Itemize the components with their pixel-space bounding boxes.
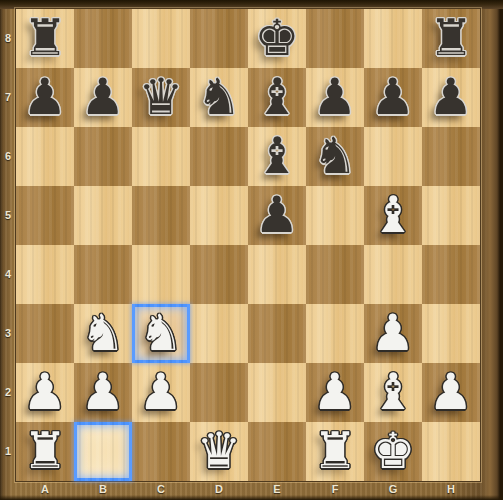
square-b7[interactable]: ♟ <box>74 68 132 127</box>
square-b5[interactable] <box>74 186 132 245</box>
square-e8[interactable]: ♚ <box>248 9 306 68</box>
square-h2[interactable]: ♟ <box>422 363 480 422</box>
white-pawn[interactable]: ♟ <box>371 308 416 358</box>
square-b2[interactable]: ♟ <box>74 363 132 422</box>
rank-label-2: 2 <box>0 363 16 422</box>
board-frame-top-edge <box>0 0 503 9</box>
black-pawn[interactable]: ♟ <box>313 72 358 122</box>
square-f6[interactable]: ♞ <box>306 127 364 186</box>
square-c8[interactable] <box>132 9 190 68</box>
square-h8[interactable]: ♜ <box>422 9 480 68</box>
rank-label-3: 3 <box>0 304 16 363</box>
file-label-d: D <box>190 481 248 500</box>
file-label-f: F <box>306 481 364 500</box>
square-b4[interactable] <box>74 245 132 304</box>
file-label-e: E <box>248 481 306 500</box>
square-f8[interactable] <box>306 9 364 68</box>
square-h6[interactable] <box>422 127 480 186</box>
file-label-g: G <box>364 481 422 500</box>
black-pawn[interactable]: ♟ <box>255 190 300 240</box>
file-label-a: A <box>16 481 74 500</box>
file-label-h: H <box>422 481 480 500</box>
square-f2[interactable]: ♟ <box>306 363 364 422</box>
black-rook[interactable]: ♜ <box>23 13 68 63</box>
square-d3[interactable] <box>190 304 248 363</box>
black-pawn[interactable]: ♟ <box>429 72 474 122</box>
white-bishop[interactable]: ♝ <box>371 367 416 417</box>
square-c3[interactable]: ♞ <box>132 304 190 363</box>
square-f5[interactable] <box>306 186 364 245</box>
square-c2[interactable]: ♟ <box>132 363 190 422</box>
square-f3[interactable] <box>306 304 364 363</box>
black-king[interactable]: ♚ <box>255 13 300 63</box>
square-d7[interactable]: ♞ <box>190 68 248 127</box>
black-bishop[interactable]: ♝ <box>255 131 300 181</box>
square-f7[interactable]: ♟ <box>306 68 364 127</box>
white-pawn[interactable]: ♟ <box>313 367 358 417</box>
square-a7[interactable]: ♟ <box>16 68 74 127</box>
square-g1[interactable]: ♚ <box>364 422 422 481</box>
white-bishop[interactable]: ♝ <box>371 190 416 240</box>
square-d6[interactable] <box>190 127 248 186</box>
black-pawn[interactable]: ♟ <box>371 72 416 122</box>
square-f1[interactable]: ♜ <box>306 422 364 481</box>
square-d2[interactable] <box>190 363 248 422</box>
square-d8[interactable] <box>190 9 248 68</box>
square-b3[interactable]: ♞ <box>74 304 132 363</box>
square-c6[interactable] <box>132 127 190 186</box>
square-a2[interactable]: ♟ <box>16 363 74 422</box>
white-king[interactable]: ♚ <box>371 426 416 476</box>
square-a4[interactable] <box>16 245 74 304</box>
square-e5[interactable]: ♟ <box>248 186 306 245</box>
square-g4[interactable] <box>364 245 422 304</box>
board-grid: ♜♚♜♟♟♛♞♝♟♟♟♝♞♟♝♞♞♟♟♟♟♟♝♟♜♛♜♚ <box>16 9 480 481</box>
board-frame-right-edge <box>480 0 503 500</box>
black-knight[interactable]: ♞ <box>197 72 242 122</box>
square-b1[interactable] <box>74 422 132 481</box>
square-h1[interactable] <box>422 422 480 481</box>
black-pawn[interactable]: ♟ <box>81 72 126 122</box>
black-pawn[interactable]: ♟ <box>23 72 68 122</box>
black-knight[interactable]: ♞ <box>313 131 358 181</box>
square-h3[interactable] <box>422 304 480 363</box>
square-e2[interactable] <box>248 363 306 422</box>
black-queen[interactable]: ♛ <box>139 72 184 122</box>
rank-label-8: 8 <box>0 9 16 68</box>
square-e3[interactable] <box>248 304 306 363</box>
square-d4[interactable] <box>190 245 248 304</box>
square-h7[interactable]: ♟ <box>422 68 480 127</box>
square-e7[interactable]: ♝ <box>248 68 306 127</box>
square-g5[interactable]: ♝ <box>364 186 422 245</box>
square-a3[interactable] <box>16 304 74 363</box>
white-pawn[interactable]: ♟ <box>139 367 184 417</box>
square-c7[interactable]: ♛ <box>132 68 190 127</box>
square-d5[interactable] <box>190 186 248 245</box>
white-rook[interactable]: ♜ <box>23 426 68 476</box>
square-c4[interactable] <box>132 245 190 304</box>
square-a1[interactable]: ♜ <box>16 422 74 481</box>
file-label-c: C <box>132 481 190 500</box>
square-g6[interactable] <box>364 127 422 186</box>
square-f4[interactable] <box>306 245 364 304</box>
white-pawn[interactable]: ♟ <box>81 367 126 417</box>
square-e4[interactable] <box>248 245 306 304</box>
white-pawn[interactable]: ♟ <box>429 367 474 417</box>
square-e1[interactable] <box>248 422 306 481</box>
white-rook[interactable]: ♜ <box>313 426 358 476</box>
rank-label-4: 4 <box>0 245 16 304</box>
square-b6[interactable] <box>74 127 132 186</box>
square-a6[interactable] <box>16 127 74 186</box>
black-bishop[interactable]: ♝ <box>255 72 300 122</box>
white-knight[interactable]: ♞ <box>139 308 184 358</box>
white-knight[interactable]: ♞ <box>81 308 126 358</box>
square-g3[interactable]: ♟ <box>364 304 422 363</box>
rank-label-1: 1 <box>0 422 16 481</box>
square-e6[interactable]: ♝ <box>248 127 306 186</box>
white-queen[interactable]: ♛ <box>197 426 242 476</box>
square-h4[interactable] <box>422 245 480 304</box>
square-g2[interactable]: ♝ <box>364 363 422 422</box>
square-h5[interactable] <box>422 186 480 245</box>
square-g7[interactable]: ♟ <box>364 68 422 127</box>
rank-label-5: 5 <box>0 186 16 245</box>
square-c1[interactable] <box>132 422 190 481</box>
black-rook[interactable]: ♜ <box>429 13 474 63</box>
square-d1[interactable]: ♛ <box>190 422 248 481</box>
square-a5[interactable] <box>16 186 74 245</box>
file-label-b: B <box>74 481 132 500</box>
rank-label-6: 6 <box>0 127 16 186</box>
white-pawn[interactable]: ♟ <box>23 367 68 417</box>
square-a8[interactable]: ♜ <box>16 9 74 68</box>
square-c5[interactable] <box>132 186 190 245</box>
square-b8[interactable] <box>74 9 132 68</box>
rank-label-7: 7 <box>0 68 16 127</box>
chess-board-app: ♜♚♜♟♟♛♞♝♟♟♟♝♞♟♝♞♞♟♟♟♟♟♝♟♜♛♜♚ 87654321 AB… <box>0 0 503 500</box>
square-g8[interactable] <box>364 9 422 68</box>
